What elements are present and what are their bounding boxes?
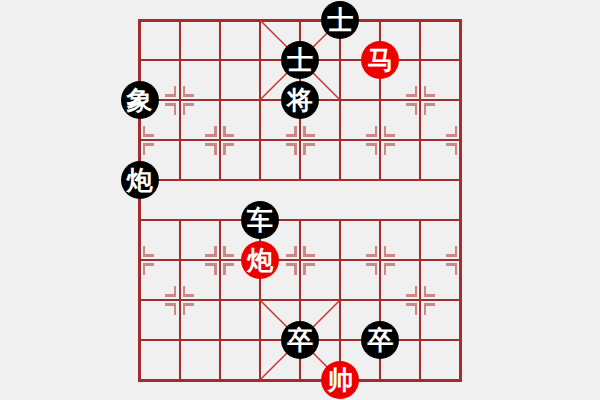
piece-black-advisor[interactable]: 士 — [281, 41, 319, 79]
xiangqi-board[interactable]: 士士马象将炮车炮卒卒帅 — [119, 0, 480, 400]
piece-black-advisor[interactable]: 士 — [321, 1, 359, 39]
piece-black-chariot[interactable]: 车 — [241, 201, 279, 239]
xiangqi-screenshot: 士士马象将炮车炮卒卒帅 — [0, 0, 600, 400]
piece-red-horse[interactable]: 马 — [361, 41, 399, 79]
piece-black-cannon[interactable]: 炮 — [121, 161, 159, 199]
piece-black-elephant[interactable]: 象 — [121, 81, 159, 119]
piece-red-general[interactable]: 帅 — [321, 361, 359, 399]
piece-black-general[interactable]: 将 — [281, 81, 319, 119]
piece-black-soldier[interactable]: 卒 — [281, 321, 319, 359]
piece-red-cannon[interactable]: 炮 — [241, 241, 279, 279]
piece-black-soldier[interactable]: 卒 — [361, 321, 399, 359]
